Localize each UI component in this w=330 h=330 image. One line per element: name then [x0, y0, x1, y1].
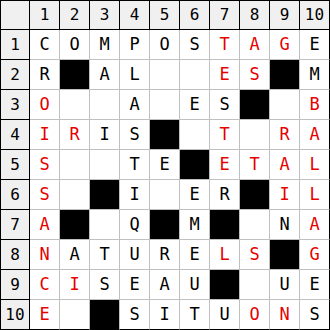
row-header-1: 1 [0, 30, 30, 60]
row-header-8: 8 [0, 240, 30, 270]
row-header-3: 3 [0, 90, 30, 120]
cell-r10c8[interactable]: O [240, 300, 270, 330]
cell-r6c7[interactable]: R [210, 180, 240, 210]
cell-r1c3[interactable]: M [90, 30, 120, 60]
cell-r5c4[interactable]: T [120, 150, 150, 180]
cell-r5c9[interactable]: A [270, 150, 300, 180]
cell-r3c8-black [240, 90, 270, 120]
cell-r9c9[interactable]: U [270, 270, 300, 300]
row-header-5: 5 [0, 150, 30, 180]
cell-r6c1[interactable]: S [30, 180, 60, 210]
cell-r5c10[interactable]: L [300, 150, 330, 180]
cell-r9c2[interactable]: I [60, 270, 90, 300]
cell-r5c5[interactable]: E [150, 150, 180, 180]
cell-r5c2[interactable] [60, 150, 90, 180]
cell-r2c1[interactable]: R [30, 60, 60, 90]
cell-r7c4[interactable]: Q [120, 210, 150, 240]
crossword-board: 123456789101COMPOSTAGE2RALESM3OAESB4IRIS… [0, 0, 330, 330]
cell-r8c7[interactable]: L [210, 240, 240, 270]
row-header-6: 6 [0, 180, 30, 210]
cell-r3c6[interactable]: E [180, 90, 210, 120]
cell-r9c4[interactable]: E [120, 270, 150, 300]
cell-r3c1[interactable]: O [30, 90, 60, 120]
cell-r3c9[interactable] [270, 90, 300, 120]
cell-r9c8[interactable] [240, 270, 270, 300]
cell-r8c2[interactable]: A [60, 240, 90, 270]
cell-r2c4[interactable]: L [120, 60, 150, 90]
cell-r6c3-black [90, 180, 120, 210]
cell-r2c10[interactable]: M [300, 60, 330, 90]
cell-r2c8[interactable]: S [240, 60, 270, 90]
cell-r10c3-black [90, 300, 120, 330]
cell-r2c9-black [270, 60, 300, 90]
column-header-2: 2 [60, 0, 90, 30]
row-header-10: 10 [0, 300, 30, 330]
cell-r4c6[interactable] [180, 120, 210, 150]
cell-r10c1[interactable]: E [30, 300, 60, 330]
row-header-9: 9 [0, 270, 30, 300]
cell-r6c2[interactable] [60, 180, 90, 210]
cell-r5c6-black [180, 150, 210, 180]
cell-r1c2[interactable]: O [60, 30, 90, 60]
row-header-2: 2 [0, 60, 30, 90]
cell-r4c1[interactable]: I [30, 120, 60, 150]
cell-r4c10[interactable]: A [300, 120, 330, 150]
cell-r6c5[interactable] [150, 180, 180, 210]
row-header-7: 7 [0, 210, 30, 240]
cell-r9c3[interactable]: S [90, 270, 120, 300]
cell-r5c3[interactable] [90, 150, 120, 180]
cell-r7c6[interactable]: M [180, 210, 210, 240]
cell-r2c2-black [60, 60, 90, 90]
cell-r8c4[interactable]: U [120, 240, 150, 270]
cell-r8c1[interactable]: N [30, 240, 60, 270]
cell-r8c9-black [270, 240, 300, 270]
cell-r2c5[interactable] [150, 60, 180, 90]
cell-r10c6[interactable]: T [180, 300, 210, 330]
column-header-1: 1 [30, 0, 60, 30]
column-header-10: 10 [300, 0, 330, 30]
cell-r1c6[interactable]: S [180, 30, 210, 60]
cell-r6c8-black [240, 180, 270, 210]
cell-r4c4[interactable]: S [120, 120, 150, 150]
cell-r10c2[interactable] [60, 300, 90, 330]
cell-r2c6[interactable] [180, 60, 210, 90]
cell-r1c5[interactable]: O [150, 30, 180, 60]
cell-r8c3[interactable]: T [90, 240, 120, 270]
cell-r7c7-black [210, 210, 240, 240]
cell-r4c5-black [150, 120, 180, 150]
cell-r7c2-black [60, 210, 90, 240]
column-header-9: 9 [270, 0, 300, 30]
cell-r9c10[interactable]: E [300, 270, 330, 300]
column-header-7: 7 [210, 0, 240, 30]
cell-r10c5[interactable]: I [150, 300, 180, 330]
cell-r4c7[interactable]: T [210, 120, 240, 150]
cell-r9c7-black [210, 270, 240, 300]
cell-r3c7[interactable]: S [210, 90, 240, 120]
column-header-6: 6 [180, 0, 210, 30]
cell-r8c8[interactable]: S [240, 240, 270, 270]
cell-r4c8[interactable] [240, 120, 270, 150]
cell-r7c1[interactable]: A [30, 210, 60, 240]
cell-r1c4[interactable]: P [120, 30, 150, 60]
cell-r5c7[interactable]: E [210, 150, 240, 180]
cell-r3c3[interactable] [90, 90, 120, 120]
cell-r7c3[interactable] [90, 210, 120, 240]
cell-r3c2[interactable] [60, 90, 90, 120]
cell-r9c6[interactable]: U [180, 270, 210, 300]
cell-r4c2[interactable]: R [60, 120, 90, 150]
cell-r8c6[interactable]: E [180, 240, 210, 270]
cell-r10c7[interactable]: U [210, 300, 240, 330]
cell-r8c10[interactable]: G [300, 240, 330, 270]
cell-r7c9[interactable]: N [270, 210, 300, 240]
column-header-8: 8 [240, 0, 270, 30]
cell-r6c9[interactable]: I [270, 180, 300, 210]
cell-r3c4[interactable]: A [120, 90, 150, 120]
cell-r8c5[interactable]: R [150, 240, 180, 270]
row-header-4: 4 [0, 120, 30, 150]
cell-r10c4[interactable]: S [120, 300, 150, 330]
cell-r1c8[interactable]: A [240, 30, 270, 60]
cell-r10c9[interactable]: N [270, 300, 300, 330]
cell-r9c5[interactable]: A [150, 270, 180, 300]
cell-r2c7[interactable]: E [210, 60, 240, 90]
column-header-5: 5 [150, 0, 180, 30]
cell-r3c5[interactable] [150, 90, 180, 120]
cell-r6c10[interactable]: L [300, 180, 330, 210]
cell-r6c4[interactable]: I [120, 180, 150, 210]
cell-r4c3[interactable]: I [90, 120, 120, 150]
cell-r5c8[interactable]: T [240, 150, 270, 180]
cell-r7c8[interactable] [240, 210, 270, 240]
cell-r2c3[interactable]: A [90, 60, 120, 90]
cell-r4c9[interactable]: R [270, 120, 300, 150]
cell-r3c10[interactable]: B [300, 90, 330, 120]
column-header-3: 3 [90, 0, 120, 30]
cell-r1c1[interactable]: C [30, 30, 60, 60]
cell-r5c1[interactable]: S [30, 150, 60, 180]
cell-r9c1[interactable]: C [30, 270, 60, 300]
cell-r1c7[interactable]: T [210, 30, 240, 60]
column-header-4: 4 [120, 0, 150, 30]
cell-r10c10[interactable]: S [300, 300, 330, 330]
cell-r7c10[interactable]: A [300, 210, 330, 240]
cell-r1c10[interactable]: E [300, 30, 330, 60]
cell-r7c5-black [150, 210, 180, 240]
corner-cell [0, 0, 30, 30]
cell-r1c9[interactable]: G [270, 30, 300, 60]
cell-r6c6[interactable]: E [180, 180, 210, 210]
